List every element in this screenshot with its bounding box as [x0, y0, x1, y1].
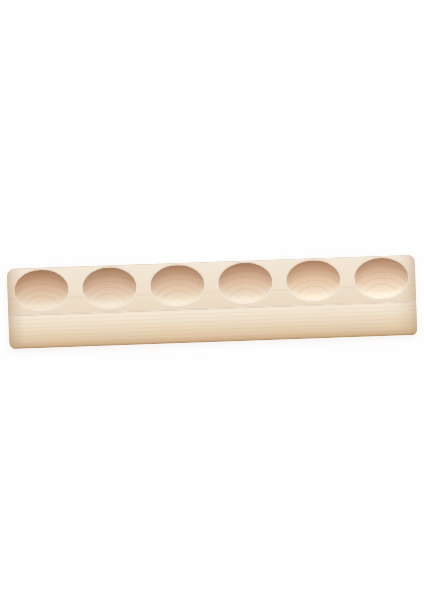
pit-4[interactable] — [218, 262, 273, 304]
pit-1[interactable] — [14, 269, 69, 311]
pit-5[interactable] — [286, 260, 341, 302]
pit-6[interactable] — [354, 257, 409, 299]
pit-2[interactable] — [82, 267, 137, 309]
pit-3[interactable] — [150, 264, 205, 306]
mancala-board — [7, 255, 418, 349]
photo-background — [0, 0, 424, 600]
